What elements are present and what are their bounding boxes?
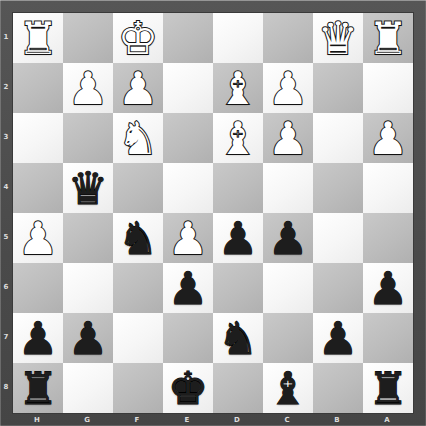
white-pawn[interactable]: ♟ [68,66,108,111]
file-label-g: G [62,414,112,426]
white-knight[interactable]: ♞ [118,116,158,161]
square-h6[interactable] [13,263,63,313]
square-c4[interactable] [263,163,313,213]
white-pawn[interactable]: ♟ [118,66,158,111]
square-g7[interactable]: ♟ [63,313,113,363]
square-f5[interactable]: ♞ [113,213,163,263]
square-d8[interactable] [213,363,263,413]
rank-label-3: 3 [0,112,12,162]
square-c8[interactable]: ♝ [263,363,313,413]
square-f7[interactable] [113,313,163,363]
file-label-a: A [362,414,412,426]
square-h2[interactable] [13,63,63,113]
square-d6[interactable] [213,263,263,313]
square-e6[interactable]: ♟ [163,263,213,313]
rank-label-8: 8 [0,362,12,412]
square-a1[interactable]: ♜ [363,13,413,63]
file-label-b: B [312,414,362,426]
square-h1[interactable]: ♜ [13,13,63,63]
square-b7[interactable]: ♟ [313,313,363,363]
square-g8[interactable] [63,363,113,413]
black-queen[interactable]: ♛ [68,166,108,211]
black-rook[interactable]: ♜ [18,366,58,411]
square-g3[interactable] [63,113,113,163]
square-g1[interactable] [63,13,113,63]
file-label-d: D [212,414,262,426]
square-h4[interactable] [13,163,63,213]
square-d5[interactable]: ♟ [213,213,263,263]
square-c3[interactable]: ♟ [263,113,313,163]
square-g2[interactable]: ♟ [63,63,113,113]
square-c7[interactable] [263,313,313,363]
square-a2[interactable] [363,63,413,113]
square-f3[interactable]: ♞ [113,113,163,163]
square-h8[interactable]: ♜ [13,363,63,413]
black-pawn[interactable]: ♟ [68,316,108,361]
file-label-c: C [262,414,312,426]
square-d2[interactable]: ♝ [213,63,263,113]
square-a6[interactable]: ♟ [363,263,413,313]
square-a3[interactable]: ♟ [363,113,413,163]
square-b4[interactable] [313,163,363,213]
chess-board: ♜♚♛♜♟♟♝♟♞♝♟♟♛♟♞♟♟♟♟♟♟♟♞♟♜♚♝♜ [12,12,414,414]
rank-label-4: 4 [0,162,12,212]
square-e4[interactable] [163,163,213,213]
square-b8[interactable] [313,363,363,413]
white-rook[interactable]: ♜ [368,16,408,61]
black-pawn[interactable]: ♟ [318,316,358,361]
square-e1[interactable] [163,13,213,63]
white-rook[interactable]: ♜ [18,16,58,61]
square-f1[interactable]: ♚ [113,13,163,63]
square-e7[interactable] [163,313,213,363]
file-labels: HGFEDCBA [12,414,414,426]
square-f8[interactable] [113,363,163,413]
square-h3[interactable] [13,113,63,163]
black-bishop[interactable]: ♝ [268,366,308,411]
square-g4[interactable]: ♛ [63,163,113,213]
square-f6[interactable] [113,263,163,313]
white-pawn[interactable]: ♟ [268,66,308,111]
square-g5[interactable] [63,213,113,263]
square-a4[interactable] [363,163,413,213]
square-c1[interactable] [263,13,313,63]
chess-board-frame: ♜♚♛♜♟♟♝♟♞♝♟♟♛♟♞♟♟♟♟♟♟♟♞♟♜♚♝♜ 12345678 HG… [0,0,426,426]
rank-label-2: 2 [0,62,12,112]
rank-labels: 12345678 [0,12,12,414]
white-bishop[interactable]: ♝ [218,66,258,111]
black-rook[interactable]: ♜ [368,366,408,411]
black-pawn[interactable]: ♟ [368,266,408,311]
white-pawn[interactable]: ♟ [368,116,408,161]
square-d4[interactable] [213,163,263,213]
white-bishop[interactable]: ♝ [218,116,258,161]
white-pawn[interactable]: ♟ [268,116,308,161]
square-a7[interactable] [363,313,413,363]
square-e2[interactable] [163,63,213,113]
black-pawn[interactable]: ♟ [268,216,308,261]
white-king[interactable]: ♚ [118,16,158,61]
square-a8[interactable]: ♜ [363,363,413,413]
square-c5[interactable]: ♟ [263,213,313,263]
rank-label-6: 6 [0,262,12,312]
rank-label-1: 1 [0,12,12,62]
square-d7[interactable]: ♞ [213,313,263,363]
square-b3[interactable] [313,113,363,163]
square-d3[interactable]: ♝ [213,113,263,163]
square-c6[interactable] [263,263,313,313]
square-b2[interactable] [313,63,363,113]
black-king[interactable]: ♚ [168,366,208,411]
black-knight[interactable]: ♞ [118,216,158,261]
square-d1[interactable] [213,13,263,63]
black-pawn[interactable]: ♟ [18,316,58,361]
square-f4[interactable] [113,163,163,213]
rank-label-7: 7 [0,312,12,362]
file-label-f: F [112,414,162,426]
rank-label-5: 5 [0,212,12,262]
black-knight[interactable]: ♞ [218,316,258,361]
square-b6[interactable] [313,263,363,313]
square-f2[interactable]: ♟ [113,63,163,113]
black-pawn[interactable]: ♟ [218,216,258,261]
square-b1[interactable]: ♛ [313,13,363,63]
square-e5[interactable]: ♟ [163,213,213,263]
square-g6[interactable] [63,263,113,313]
square-e3[interactable] [163,113,213,163]
square-a5[interactable] [363,213,413,263]
black-pawn[interactable]: ♟ [168,266,208,311]
white-pawn[interactable]: ♟ [18,216,58,261]
square-h5[interactable]: ♟ [13,213,63,263]
square-b5[interactable] [313,213,363,263]
square-h7[interactable]: ♟ [13,313,63,363]
file-label-h: H [12,414,62,426]
white-queen[interactable]: ♛ [318,16,358,61]
file-label-e: E [162,414,212,426]
square-c2[interactable]: ♟ [263,63,313,113]
square-e8[interactable]: ♚ [163,363,213,413]
white-pawn[interactable]: ♟ [168,216,208,261]
